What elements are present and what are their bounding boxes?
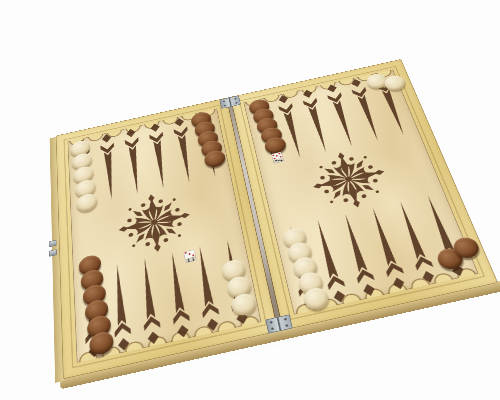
latch-part (49, 249, 57, 257)
latch-part (49, 240, 57, 247)
latch-clasp (49, 240, 57, 260)
backgammon-board (56, 59, 498, 379)
photo-backdrop (0, 0, 500, 400)
